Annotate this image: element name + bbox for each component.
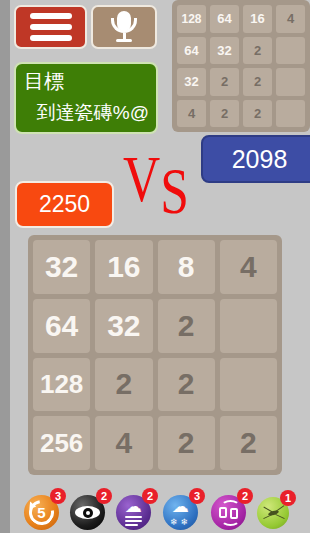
tile-2: 2 (220, 416, 277, 470)
fog-icon[interactable]: ☁ 2 (116, 495, 151, 530)
tile-32: 32 (95, 299, 152, 353)
opponent-score-value: 2098 (232, 145, 288, 174)
notification-badge: 3 (50, 488, 66, 504)
snowflakes: ❄❄ (163, 517, 198, 527)
tile-4: 4 (95, 416, 152, 470)
tile-32: 32 (210, 37, 239, 65)
vs-letter-v: V (123, 142, 160, 215)
vs-letter-s: S (160, 158, 189, 224)
bug-leg (263, 507, 272, 513)
microphone-button[interactable] (91, 5, 157, 49)
tile-32: 32 (177, 68, 206, 96)
tile-2: 2 (210, 100, 239, 128)
empty-cell (220, 299, 277, 353)
opponent-score: 2098 (201, 135, 310, 183)
mic-base (116, 39, 132, 42)
opponent-board: 12864164643223222422 (172, 0, 310, 132)
player-board[interactable]: 3216846432212822256422 (28, 235, 282, 475)
goal-box: 目標 到達瓷磚%@ (14, 62, 158, 134)
notification-badge: 3 (189, 488, 205, 504)
fog-line (125, 516, 142, 518)
tile-2: 2 (243, 37, 272, 65)
tile-2: 2 (243, 100, 272, 128)
tile-16: 16 (243, 5, 272, 33)
tile-64: 64 (210, 5, 239, 33)
snow-icon[interactable]: ☁ ❄❄ 3 (163, 495, 198, 530)
tile-64: 64 (177, 37, 206, 65)
mic-arc (111, 18, 137, 33)
tile-8: 8 (158, 240, 215, 294)
hamburger-bar (30, 13, 72, 19)
fog-line (125, 524, 138, 526)
microphone-icon (111, 11, 137, 43)
bug-leg (263, 514, 272, 519)
tile-2: 2 (243, 68, 272, 96)
tile-64: 64 (33, 299, 90, 353)
empty-cell (276, 37, 305, 65)
hamburger-icon (30, 13, 72, 41)
player-score-value: 2250 (39, 191, 90, 218)
game-screen: 12864164643223222422 目標 到達瓷磚%@ 2098 VS 2… (10, 0, 310, 533)
tile-4: 4 (177, 100, 206, 128)
eye-icon[interactable]: 2 (70, 495, 105, 530)
hamburger-bar (30, 24, 72, 30)
sync-arc-bottom (221, 514, 240, 526)
tile-32: 32 (33, 240, 90, 294)
notification-badge: 2 (237, 488, 253, 504)
tile-128: 128 (177, 5, 206, 33)
tile-4: 4 (220, 240, 277, 294)
vs-label: VS (123, 146, 189, 212)
tile-2: 2 (158, 416, 215, 470)
bug-leg (276, 505, 285, 512)
tile-2: 2 (158, 358, 215, 412)
tile-16: 16 (95, 240, 152, 294)
fog-line (125, 520, 142, 522)
tile-4: 4 (276, 5, 305, 33)
tile-2: 2 (210, 68, 239, 96)
history-5-icon[interactable]: 5 3 (24, 495, 59, 530)
player-score: 2250 (15, 181, 114, 228)
empty-cell (220, 358, 277, 412)
notification-badge: 2 (142, 488, 158, 504)
hamburger-bar (30, 35, 72, 41)
empty-cell (276, 100, 305, 128)
goal-subtitle: 到達瓷磚%@ (37, 100, 149, 126)
bug-leg (275, 514, 284, 519)
empty-cell (276, 68, 305, 96)
eye-glint (86, 511, 90, 515)
menu-button[interactable] (14, 5, 87, 49)
bug-icon[interactable]: 1 (257, 497, 289, 529)
sync-arc-top (221, 500, 240, 512)
goal-title: 目標 (24, 68, 64, 95)
notification-badge: 1 (280, 490, 296, 506)
tile-128: 128 (33, 358, 90, 412)
tile-256: 256 (33, 416, 90, 470)
tile-2: 2 (158, 299, 215, 353)
tile-2: 2 (95, 358, 152, 412)
sync-devices-icon[interactable]: 2 (211, 495, 246, 530)
notification-badge: 2 (96, 488, 112, 504)
